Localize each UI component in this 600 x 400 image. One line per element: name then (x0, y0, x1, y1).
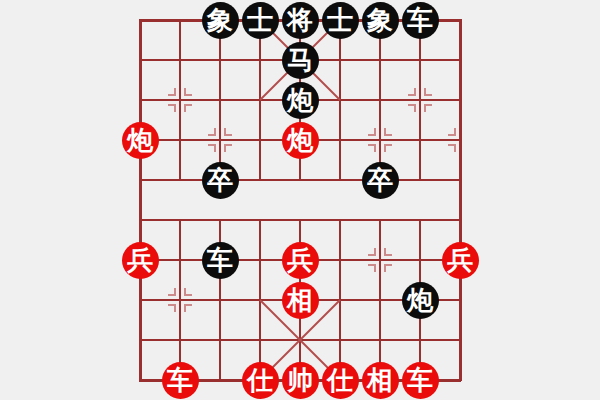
piece-red-rook[interactable]: 车 (162, 362, 199, 399)
piece-black-pawn[interactable]: 卒 (362, 162, 399, 199)
piece-black-elephant[interactable]: 象 (362, 2, 399, 39)
xiangqi-board: 象士将士象车马炮炮炮卒卒兵车兵兵相炮车仕帅仕相车 (0, 0, 600, 400)
piece-red-pawn[interactable]: 兵 (282, 242, 319, 279)
piece-black-advisor[interactable]: 士 (322, 2, 359, 39)
piece-red-advisor[interactable]: 仕 (322, 362, 359, 399)
piece-red-cannon[interactable]: 炮 (282, 122, 319, 159)
piece-red-advisor[interactable]: 仕 (242, 362, 279, 399)
piece-red-elephant[interactable]: 相 (282, 282, 319, 319)
piece-black-cannon[interactable]: 炮 (402, 282, 439, 319)
piece-layer: 象士将士象车马炮炮炮卒卒兵车兵兵相炮车仕帅仕相车 (120, 0, 480, 400)
piece-red-king[interactable]: 帅 (282, 362, 319, 399)
piece-black-rook[interactable]: 车 (202, 242, 239, 279)
piece-red-rook[interactable]: 车 (402, 362, 439, 399)
piece-black-pawn[interactable]: 卒 (202, 162, 239, 199)
piece-black-king[interactable]: 将 (282, 2, 319, 39)
piece-red-cannon[interactable]: 炮 (122, 122, 159, 159)
piece-black-horse[interactable]: 马 (282, 42, 319, 79)
piece-black-elephant[interactable]: 象 (202, 2, 239, 39)
piece-red-pawn[interactable]: 兵 (442, 242, 479, 279)
piece-black-cannon[interactable]: 炮 (282, 82, 319, 119)
app-background: 象士将士象车马炮炮炮卒卒兵车兵兵相炮车仕帅仕相车 (0, 0, 600, 400)
piece-red-elephant[interactable]: 相 (362, 362, 399, 399)
piece-black-rook[interactable]: 车 (402, 2, 439, 39)
piece-red-pawn[interactable]: 兵 (122, 242, 159, 279)
piece-black-advisor[interactable]: 士 (242, 2, 279, 39)
